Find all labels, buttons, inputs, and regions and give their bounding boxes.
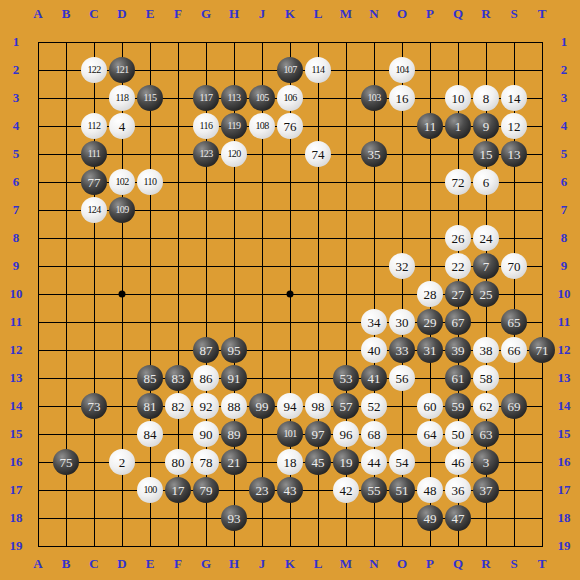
- row-label-left-17: 17: [10, 482, 23, 498]
- stone-white-G4[interactable]: 116: [193, 113, 219, 139]
- stone-black-C6[interactable]: 77: [81, 169, 107, 195]
- stone-white-G14[interactable]: 92: [193, 393, 219, 419]
- row-label-right-18: 18: [558, 510, 571, 526]
- col-label-top-L: L: [314, 6, 323, 22]
- go-board[interactable]: AABBCCDDEEFFGGHHJJKKLLMMNNOOPPQQRRSSTT11…: [0, 0, 580, 580]
- stone-black-N3[interactable]: 103: [361, 85, 387, 111]
- stone-black-Q13[interactable]: 61: [445, 365, 471, 391]
- col-label-top-R: R: [481, 6, 490, 22]
- stone-white-Q15[interactable]: 50: [445, 421, 471, 447]
- stone-black-M13[interactable]: 53: [333, 365, 359, 391]
- stone-black-G3[interactable]: 117: [193, 85, 219, 111]
- stone-black-S11[interactable]: 65: [501, 309, 527, 335]
- col-label-top-B: B: [62, 6, 71, 22]
- stone-black-M14[interactable]: 57: [333, 393, 359, 419]
- row-label-left-4: 4: [13, 118, 20, 134]
- stone-white-R12[interactable]: 38: [473, 337, 499, 363]
- stone-white-L14[interactable]: 98: [305, 393, 331, 419]
- stone-black-R16[interactable]: 3: [473, 449, 499, 475]
- stone-black-K15[interactable]: 101: [277, 421, 303, 447]
- stone-white-M17[interactable]: 42: [333, 477, 359, 503]
- stone-white-L5[interactable]: 74: [305, 141, 331, 167]
- row-label-left-18: 18: [10, 510, 23, 526]
- stone-white-E6[interactable]: 110: [137, 169, 163, 195]
- row-label-right-6: 6: [561, 174, 568, 190]
- stone-black-R17[interactable]: 37: [473, 477, 499, 503]
- row-label-right-14: 14: [558, 398, 571, 414]
- stone-black-P18[interactable]: 49: [417, 505, 443, 531]
- stone-white-O3[interactable]: 16: [389, 85, 415, 111]
- stone-black-B16[interactable]: 75: [53, 449, 79, 475]
- stone-white-N15[interactable]: 68: [361, 421, 387, 447]
- row-label-left-12: 12: [10, 342, 23, 358]
- stone-black-L15[interactable]: 97: [305, 421, 331, 447]
- row-label-right-3: 3: [561, 90, 568, 106]
- stone-white-M15[interactable]: 96: [333, 421, 359, 447]
- stone-white-Q9[interactable]: 22: [445, 253, 471, 279]
- col-label-top-F: F: [174, 6, 182, 22]
- stone-white-Q16[interactable]: 46: [445, 449, 471, 475]
- row-label-left-11: 11: [10, 314, 22, 330]
- col-label-top-A: A: [33, 6, 42, 22]
- stone-black-N5[interactable]: 35: [361, 141, 387, 167]
- stone-white-C2[interactable]: 122: [81, 57, 107, 83]
- stone-white-R6[interactable]: 6: [473, 169, 499, 195]
- stone-white-R13[interactable]: 58: [473, 365, 499, 391]
- stone-black-G17[interactable]: 79: [193, 477, 219, 503]
- row-label-left-1: 1: [13, 34, 20, 50]
- stone-black-K17[interactable]: 43: [277, 477, 303, 503]
- row-label-right-7: 7: [561, 202, 568, 218]
- stone-black-R4[interactable]: 9: [473, 113, 499, 139]
- col-label-top-M: M: [340, 6, 352, 22]
- row-label-right-2: 2: [561, 62, 568, 78]
- col-label-top-D: D: [117, 6, 126, 22]
- stone-white-N12[interactable]: 40: [361, 337, 387, 363]
- stone-black-R5[interactable]: 15: [473, 141, 499, 167]
- stone-black-H12[interactable]: 95: [221, 337, 247, 363]
- stone-black-D2[interactable]: 121: [109, 57, 135, 83]
- stone-black-T12[interactable]: 71: [529, 337, 555, 363]
- stone-black-G5[interactable]: 123: [193, 141, 219, 167]
- stone-white-O9[interactable]: 32: [389, 253, 415, 279]
- stone-black-F13[interactable]: 83: [165, 365, 191, 391]
- stone-black-Q14[interactable]: 59: [445, 393, 471, 419]
- stone-white-R8[interactable]: 24: [473, 225, 499, 251]
- stone-black-G12[interactable]: 87: [193, 337, 219, 363]
- stone-black-L16[interactable]: 45: [305, 449, 331, 475]
- row-label-right-4: 4: [561, 118, 568, 134]
- stone-black-Q11[interactable]: 67: [445, 309, 471, 335]
- col-label-top-H: H: [229, 6, 239, 22]
- stone-white-C7[interactable]: 124: [81, 197, 107, 223]
- stone-white-O13[interactable]: 56: [389, 365, 415, 391]
- stone-black-D7[interactable]: 109: [109, 197, 135, 223]
- stone-black-J17[interactable]: 23: [249, 477, 275, 503]
- stone-black-H4[interactable]: 119: [221, 113, 247, 139]
- stone-black-R10[interactable]: 25: [473, 281, 499, 307]
- stone-black-S5[interactable]: 13: [501, 141, 527, 167]
- row-label-left-7: 7: [13, 202, 20, 218]
- col-label-top-O: O: [397, 6, 407, 22]
- stone-white-O16[interactable]: 54: [389, 449, 415, 475]
- stone-white-P14[interactable]: 60: [417, 393, 443, 419]
- stone-white-E17[interactable]: 100: [137, 477, 163, 503]
- stone-white-S12[interactable]: 66: [501, 337, 527, 363]
- stone-white-G16[interactable]: 78: [193, 449, 219, 475]
- row-label-right-1: 1: [561, 34, 568, 50]
- stone-white-P15[interactable]: 64: [417, 421, 443, 447]
- col-label-top-N: N: [369, 6, 378, 22]
- stone-white-G15[interactable]: 90: [193, 421, 219, 447]
- row-label-right-13: 13: [558, 370, 571, 386]
- stone-black-N13[interactable]: 41: [361, 365, 387, 391]
- col-label-top-S: S: [510, 6, 517, 22]
- stone-white-L2[interactable]: 114: [305, 57, 331, 83]
- col-label-top-Q: Q: [453, 6, 463, 22]
- stone-black-Q4[interactable]: 1: [445, 113, 471, 139]
- stone-white-F14[interactable]: 82: [165, 393, 191, 419]
- stone-white-S3[interactable]: 14: [501, 85, 527, 111]
- stone-white-H5[interactable]: 120: [221, 141, 247, 167]
- stone-black-N17[interactable]: 55: [361, 477, 387, 503]
- row-label-right-19: 19: [558, 538, 571, 554]
- col-label-top-P: P: [426, 6, 434, 22]
- stone-white-D3[interactable]: 118: [109, 85, 135, 111]
- col-label-top-E: E: [146, 6, 155, 22]
- stone-white-P10[interactable]: 28: [417, 281, 443, 307]
- row-label-left-14: 14: [10, 398, 23, 414]
- row-label-left-2: 2: [13, 62, 20, 78]
- col-label-top-C: C: [89, 6, 98, 22]
- row-label-left-3: 3: [13, 90, 20, 106]
- row-label-left-10: 10: [10, 286, 23, 302]
- stone-black-S14[interactable]: 69: [501, 393, 527, 419]
- stone-black-E14[interactable]: 81: [137, 393, 163, 419]
- stone-white-K4[interactable]: 76: [277, 113, 303, 139]
- col-label-top-J: J: [259, 6, 266, 22]
- stone-white-K16[interactable]: 18: [277, 449, 303, 475]
- row-label-right-12: 12: [558, 342, 571, 358]
- col-label-top-G: G: [201, 6, 211, 22]
- stone-white-S9[interactable]: 70: [501, 253, 527, 279]
- stone-black-E13[interactable]: 85: [137, 365, 163, 391]
- stone-black-H15[interactable]: 89: [221, 421, 247, 447]
- row-label-left-15: 15: [10, 426, 23, 442]
- stone-black-J14[interactable]: 99: [249, 393, 275, 419]
- stone-white-H14[interactable]: 88: [221, 393, 247, 419]
- stone-white-N14[interactable]: 52: [361, 393, 387, 419]
- stone-white-O11[interactable]: 30: [389, 309, 415, 335]
- stone-white-K14[interactable]: 94: [277, 393, 303, 419]
- stone-black-F17[interactable]: 17: [165, 477, 191, 503]
- stone-white-Q8[interactable]: 26: [445, 225, 471, 251]
- stone-white-N16[interactable]: 44: [361, 449, 387, 475]
- stone-white-D16[interactable]: 2: [109, 449, 135, 475]
- stone-white-R14[interactable]: 62: [473, 393, 499, 419]
- row-label-left-9: 9: [13, 258, 20, 274]
- row-label-left-8: 8: [13, 230, 20, 246]
- row-label-left-16: 16: [10, 454, 23, 470]
- stone-black-E3[interactable]: 115: [137, 85, 163, 111]
- stone-black-O12[interactable]: 33: [389, 337, 415, 363]
- stone-white-R3[interactable]: 8: [473, 85, 499, 111]
- stone-black-M16[interactable]: 19: [333, 449, 359, 475]
- row-label-right-16: 16: [558, 454, 571, 470]
- col-label-top-K: K: [285, 6, 295, 22]
- row-label-left-5: 5: [13, 146, 20, 162]
- stones-layer: 1234678910111213141516171819212223242526…: [24, 28, 556, 560]
- stone-black-H13[interactable]: 91: [221, 365, 247, 391]
- row-label-right-8: 8: [561, 230, 568, 246]
- stone-white-S4[interactable]: 12: [501, 113, 527, 139]
- row-label-right-15: 15: [558, 426, 571, 442]
- row-label-right-11: 11: [558, 314, 570, 330]
- stone-black-K2[interactable]: 107: [277, 57, 303, 83]
- stone-black-H3[interactable]: 113: [221, 85, 247, 111]
- stone-black-O17[interactable]: 51: [389, 477, 415, 503]
- row-label-left-19: 19: [10, 538, 23, 554]
- stone-white-Q6[interactable]: 72: [445, 169, 471, 195]
- stone-black-C14[interactable]: 73: [81, 393, 107, 419]
- stone-white-K3[interactable]: 106: [277, 85, 303, 111]
- stone-black-H18[interactable]: 93: [221, 505, 247, 531]
- col-label-top-T: T: [538, 6, 547, 22]
- stone-white-J4[interactable]: 108: [249, 113, 275, 139]
- stone-black-H16[interactable]: 21: [221, 449, 247, 475]
- stone-white-O2[interactable]: 104: [389, 57, 415, 83]
- go-board-app: { "game": "go", "board_size": 19, "view"…: [0, 0, 580, 580]
- row-label-right-17: 17: [558, 482, 571, 498]
- stone-black-Q10[interactable]: 27: [445, 281, 471, 307]
- stone-black-Q12[interactable]: 39: [445, 337, 471, 363]
- stone-white-F16[interactable]: 80: [165, 449, 191, 475]
- stone-black-J3[interactable]: 105: [249, 85, 275, 111]
- stone-black-Q18[interactable]: 47: [445, 505, 471, 531]
- stone-white-P17[interactable]: 48: [417, 477, 443, 503]
- row-label-right-10: 10: [558, 286, 571, 302]
- stone-white-D6[interactable]: 102: [109, 169, 135, 195]
- stone-black-R15[interactable]: 63: [473, 421, 499, 447]
- stone-white-E15[interactable]: 84: [137, 421, 163, 447]
- stone-white-Q3[interactable]: 10: [445, 85, 471, 111]
- stone-black-R9[interactable]: 7: [473, 253, 499, 279]
- stone-white-Q17[interactable]: 36: [445, 477, 471, 503]
- row-label-left-6: 6: [13, 174, 20, 190]
- row-label-right-5: 5: [561, 146, 568, 162]
- stone-white-G13[interactable]: 86: [193, 365, 219, 391]
- stone-white-N11[interactable]: 34: [361, 309, 387, 335]
- stone-black-P12[interactable]: 31: [417, 337, 443, 363]
- stone-black-P11[interactable]: 29: [417, 309, 443, 335]
- stone-white-C4[interactable]: 112: [81, 113, 107, 139]
- stone-black-C5[interactable]: 111: [81, 141, 107, 167]
- stone-white-D4[interactable]: 4: [109, 113, 135, 139]
- stone-black-P4[interactable]: 11: [417, 113, 443, 139]
- row-label-left-13: 13: [10, 370, 23, 386]
- row-label-right-9: 9: [561, 258, 568, 274]
